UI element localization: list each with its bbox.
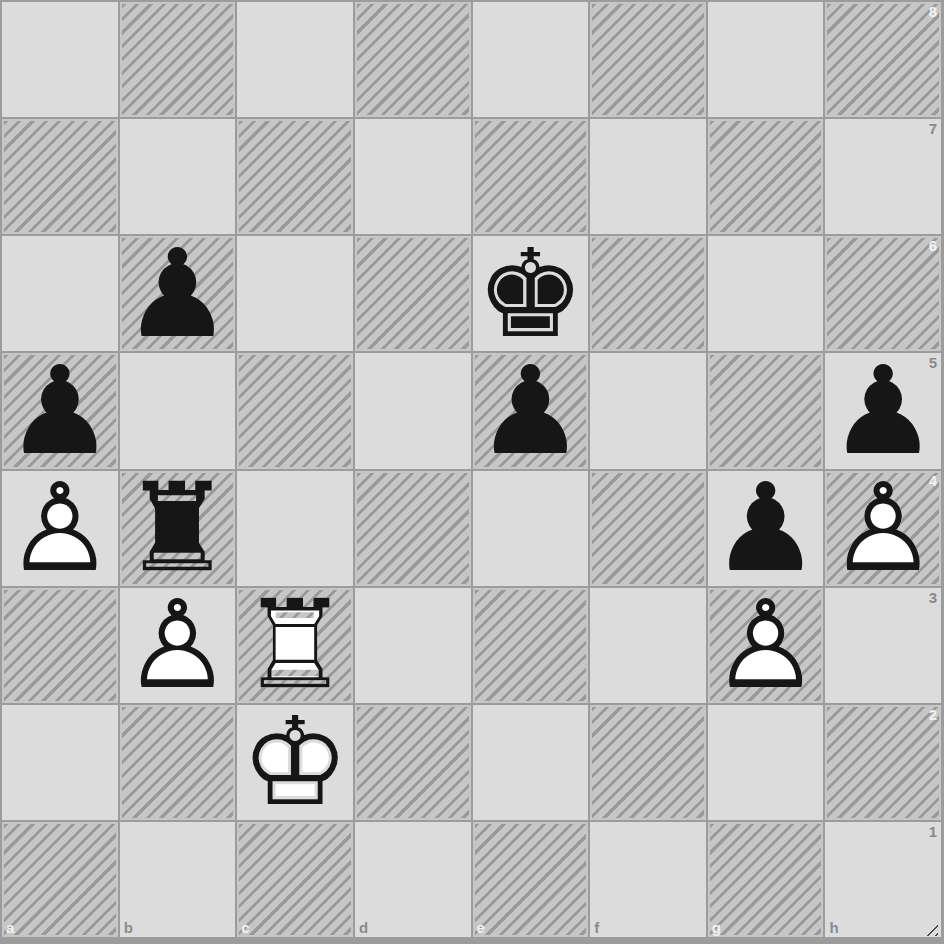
square-f5[interactable] [590,353,706,468]
square-e6[interactable]: ♚ [473,236,589,351]
square-e3[interactable] [473,588,589,703]
square-f6[interactable] [590,236,706,351]
square-b7[interactable] [120,119,236,234]
square-a5[interactable]: ♟ [2,353,118,468]
square-d8[interactable] [355,2,471,117]
square-d6[interactable] [355,236,471,351]
square-c1[interactable]: c [237,822,353,937]
square-a7[interactable] [2,119,118,234]
white-piece-outline-glyph: ♙ [825,471,941,586]
square-h8[interactable]: 8 [825,2,941,117]
square-c6[interactable] [237,236,353,351]
chess-board-window: 87♟♚6♟♟5♟♟♙♜♟4♟♙♟♙♜♖♟♙3♚♔2abcdefg1h [0,0,944,944]
square-d4[interactable] [355,471,471,586]
black-pawn-piece[interactable]: ♟ [2,353,118,468]
square-g7[interactable] [708,119,824,234]
square-f2[interactable] [590,705,706,820]
black-pawn-piece[interactable]: ♟ [708,471,824,586]
square-a8[interactable] [2,2,118,117]
black-pawn-piece[interactable]: ♟ [120,236,236,351]
rank-label-4: 4 [929,473,937,488]
file-label-c: c [241,920,249,935]
square-a2[interactable] [2,705,118,820]
square-e4[interactable] [473,471,589,586]
square-g6[interactable] [708,236,824,351]
square-h1[interactable]: 1h [825,822,941,937]
square-b1[interactable]: b [120,822,236,937]
black-piece-glyph: ♟ [473,353,589,468]
square-b6[interactable]: ♟ [120,236,236,351]
rank-label-8: 8 [929,4,937,19]
square-g4[interactable]: ♟ [708,471,824,586]
square-h6[interactable]: 6 [825,236,941,351]
square-d2[interactable] [355,705,471,820]
square-c4[interactable] [237,471,353,586]
square-d5[interactable] [355,353,471,468]
square-c5[interactable] [237,353,353,468]
square-e7[interactable] [473,119,589,234]
file-label-g: g [712,920,721,935]
white-pawn-piece[interactable]: ♟♙ [708,588,824,703]
square-g3[interactable]: ♟♙ [708,588,824,703]
black-piece-glyph: ♜ [120,471,236,586]
square-g8[interactable] [708,2,824,117]
square-a1[interactable]: a [2,822,118,937]
white-piece-outline-glyph: ♔ [237,705,353,820]
square-b2[interactable] [120,705,236,820]
file-label-a: a [6,920,14,935]
white-piece-outline-glyph: ♙ [2,471,118,586]
black-pawn-piece[interactable]: ♟ [825,353,941,468]
square-f4[interactable] [590,471,706,586]
black-pawn-piece[interactable]: ♟ [473,353,589,468]
white-pawn-piece[interactable]: ♟♙ [825,471,941,586]
rank-label-2: 2 [929,707,937,722]
square-b8[interactable] [120,2,236,117]
square-d7[interactable] [355,119,471,234]
square-e8[interactable] [473,2,589,117]
black-piece-glyph: ♚ [473,236,589,351]
white-piece-outline-glyph: ♙ [120,588,236,703]
square-c3[interactable]: ♜♖ [237,588,353,703]
square-g5[interactable] [708,353,824,468]
square-c8[interactable] [237,2,353,117]
white-rook-piece[interactable]: ♜♖ [237,588,353,703]
file-label-e: e [477,920,485,935]
square-f7[interactable] [590,119,706,234]
square-f8[interactable] [590,2,706,117]
black-rook-piece[interactable]: ♜ [120,471,236,586]
chess-board: 87♟♚6♟♟5♟♟♙♜♟4♟♙♟♙♜♖♟♙3♚♔2abcdefg1h [0,0,944,944]
white-king-piece[interactable]: ♚♔ [237,705,353,820]
file-label-b: b [124,920,133,935]
square-e2[interactable] [473,705,589,820]
black-king-piece[interactable]: ♚ [473,236,589,351]
white-pawn-piece[interactable]: ♟♙ [120,588,236,703]
square-a3[interactable] [2,588,118,703]
square-b4[interactable]: ♜ [120,471,236,586]
square-h3[interactable]: 3 [825,588,941,703]
square-c7[interactable] [237,119,353,234]
black-piece-glyph: ♟ [120,236,236,351]
black-piece-glyph: ♟ [2,353,118,468]
file-label-d: d [359,920,368,935]
square-h5[interactable]: 5♟ [825,353,941,468]
white-pawn-piece[interactable]: ♟♙ [2,471,118,586]
file-label-h: h [829,920,838,935]
rank-label-7: 7 [929,121,937,136]
square-d1[interactable]: d [355,822,471,937]
black-piece-glyph: ♟ [825,353,941,468]
white-piece-outline-glyph: ♖ [237,588,353,703]
square-b5[interactable] [120,353,236,468]
square-e1[interactable]: e [473,822,589,937]
square-g1[interactable]: g [708,822,824,937]
rank-label-6: 6 [929,238,937,253]
square-h4[interactable]: 4♟♙ [825,471,941,586]
square-f1[interactable]: f [590,822,706,937]
white-piece-outline-glyph: ♙ [708,588,824,703]
rank-label-1: 1 [929,824,937,839]
square-c2[interactable]: ♚♔ [237,705,353,820]
square-h7[interactable]: 7 [825,119,941,234]
square-h2[interactable]: 2 [825,705,941,820]
square-f3[interactable] [590,588,706,703]
square-a4[interactable]: ♟♙ [2,471,118,586]
square-a6[interactable] [2,236,118,351]
square-e5[interactable]: ♟ [473,353,589,468]
rank-label-5: 5 [929,355,937,370]
file-label-f: f [594,920,599,935]
black-piece-glyph: ♟ [708,471,824,586]
square-g2[interactable] [708,705,824,820]
square-d3[interactable] [355,588,471,703]
square-b3[interactable]: ♟♙ [120,588,236,703]
rank-label-3: 3 [929,590,937,605]
